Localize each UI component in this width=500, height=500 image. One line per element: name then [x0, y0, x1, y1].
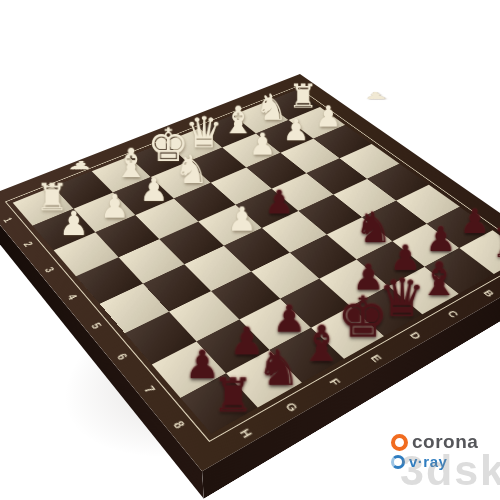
rank-label-6: 6 — [111, 348, 133, 365]
black-pawn[interactable]: ♟ — [264, 186, 293, 219]
3dsky-watermark: 3dsky — [400, 446, 500, 495]
rank-label-7: 7 — [138, 381, 161, 399]
rank-label-1: 1 — [0, 214, 17, 226]
white-pawn[interactable]: ♟ — [65, 160, 95, 172]
rank-label-5: 5 — [86, 318, 107, 334]
white-pawn[interactable]: ♟ — [58, 207, 88, 240]
white-rook[interactable]: ♜ — [288, 80, 317, 113]
black-pawn[interactable]: ♟ — [425, 222, 456, 256]
render-canvas: ♜♝♚♛♝♞♜♟♟♟♞♟♟♟♟♟♞♟♟♟♟♟♟♟♜♞♝♚♛♝♜ 12345678… — [0, 0, 500, 500]
square-c6[interactable]: ♞ — [326, 217, 392, 259]
white-pawn[interactable]: ♟ — [99, 190, 128, 223]
black-bishop[interactable]: ♝ — [299, 320, 343, 369]
offboard-white-pawn-2[interactable]: ♟ — [338, 78, 393, 107]
rank-label-2: 2 — [19, 238, 38, 251]
white-pawn[interactable]: ♟ — [139, 174, 168, 206]
rank-label-8: 8 — [167, 415, 191, 434]
white-pawn[interactable]: ♟ — [226, 202, 256, 235]
black-knight[interactable]: ♞ — [354, 207, 392, 249]
white-pawn[interactable]: ♟ — [282, 115, 309, 145]
rank-label-4: 4 — [62, 290, 83, 305]
white-pawn[interactable]: ♟ — [363, 91, 389, 101]
black-rook[interactable]: ♜ — [491, 224, 500, 264]
rank-label-3: 3 — [40, 263, 60, 277]
black-knight[interactable]: ♞ — [256, 344, 300, 393]
black-king[interactable]: ♚ — [336, 289, 387, 346]
white-pawn[interactable]: ♟ — [315, 102, 341, 131]
black-rook[interactable]: ♜ — [212, 372, 254, 419]
black-pawn[interactable]: ♟ — [459, 205, 489, 238]
white-knight[interactable]: ♞ — [173, 150, 208, 189]
square-g6[interactable] — [168, 291, 238, 341]
white-pawn[interactable]: ♟ — [248, 129, 275, 159]
